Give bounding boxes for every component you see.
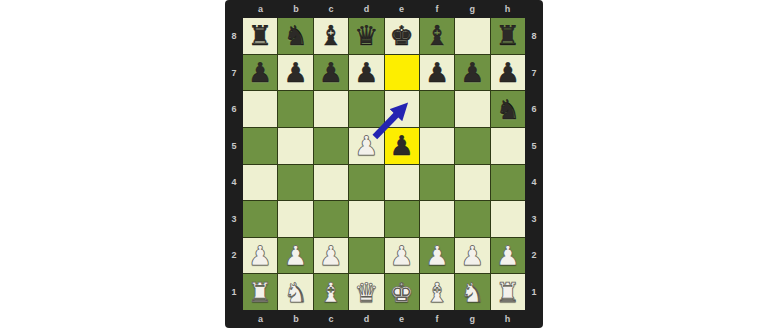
piece-white-bishop[interactable]: ♝ <box>420 274 454 310</box>
file-label-e: e <box>384 0 419 18</box>
screenshot-canvas: abcdefgh abcdefgh 87654321 87654321 ♜♞♝♛… <box>0 0 768 328</box>
square-f3[interactable] <box>420 201 454 237</box>
rank-label-2: 2 <box>225 237 243 274</box>
file-label-e: e <box>384 310 419 328</box>
piece-black-pawn[interactable]: ♟ <box>420 55 454 91</box>
file-label-b: b <box>278 310 313 328</box>
square-a8[interactable]: ♜ <box>243 18 277 54</box>
square-c8[interactable]: ♝ <box>314 18 348 54</box>
piece-black-bishop[interactable]: ♝ <box>314 18 348 54</box>
square-c1[interactable]: ♝ <box>314 274 348 310</box>
square-h1[interactable]: ♜ <box>491 274 525 310</box>
board-squares: ♜♞♝♛♚♝♜♟♟♟♟♟♟♟♞♟♟♟♟♟♟♟♟♟♜♞♝♛♚♝♞♜ <box>243 18 525 310</box>
square-d3[interactable] <box>349 201 383 237</box>
rank-label-1: 1 <box>525 274 543 311</box>
square-a4[interactable] <box>243 165 277 201</box>
square-h3[interactable] <box>491 201 525 237</box>
file-label-a: a <box>243 0 278 18</box>
piece-black-rook[interactable]: ♜ <box>243 18 277 54</box>
square-f1[interactable]: ♝ <box>420 274 454 310</box>
piece-black-pawn[interactable]: ♟ <box>349 55 383 91</box>
square-d2[interactable] <box>349 238 383 274</box>
rank-label-6: 6 <box>525 91 543 128</box>
square-h4[interactable] <box>491 165 525 201</box>
rank-label-7: 7 <box>525 55 543 92</box>
rank-label-6: 6 <box>225 91 243 128</box>
square-h8[interactable]: ♜ <box>491 18 525 54</box>
piece-black-knight[interactable]: ♞ <box>491 91 525 127</box>
square-f2[interactable]: ♟ <box>420 238 454 274</box>
square-a5[interactable] <box>243 128 277 164</box>
piece-white-pawn[interactable]: ♟ <box>455 238 489 274</box>
rank-label-3: 3 <box>225 201 243 238</box>
square-b3[interactable] <box>278 201 312 237</box>
rank-label-8: 8 <box>525 18 543 55</box>
piece-white-pawn[interactable]: ♟ <box>385 238 419 274</box>
square-e2[interactable]: ♟ <box>385 238 419 274</box>
chess-board: abcdefgh abcdefgh 87654321 87654321 ♜♞♝♛… <box>225 0 543 328</box>
rank-label-3: 3 <box>525 201 543 238</box>
square-f5[interactable] <box>420 128 454 164</box>
piece-white-pawn[interactable]: ♟ <box>314 238 348 274</box>
file-label-f: f <box>419 0 454 18</box>
file-label-d: d <box>349 0 384 18</box>
square-b8[interactable]: ♞ <box>278 18 312 54</box>
file-label-g: g <box>455 310 490 328</box>
rank-label-5: 5 <box>225 128 243 165</box>
file-label-a: a <box>243 310 278 328</box>
square-d7[interactable]: ♟ <box>349 55 383 91</box>
square-c6[interactable] <box>314 91 348 127</box>
square-d5[interactable]: ♟ <box>349 128 383 164</box>
square-h6[interactable]: ♞ <box>491 91 525 127</box>
piece-white-pawn[interactable]: ♟ <box>243 238 277 274</box>
rank-label-7: 7 <box>225 55 243 92</box>
square-g5[interactable] <box>455 128 489 164</box>
square-d8[interactable]: ♛ <box>349 18 383 54</box>
piece-black-pawn[interactable]: ♟ <box>314 55 348 91</box>
piece-black-pawn[interactable]: ♟ <box>243 55 277 91</box>
square-d4[interactable] <box>349 165 383 201</box>
square-h2[interactable]: ♟ <box>491 238 525 274</box>
file-labels-top: abcdefgh <box>243 0 525 18</box>
square-f6[interactable] <box>420 91 454 127</box>
square-b7[interactable]: ♟ <box>278 55 312 91</box>
piece-white-knight[interactable]: ♞ <box>278 274 312 310</box>
file-label-g: g <box>455 0 490 18</box>
square-h5[interactable] <box>491 128 525 164</box>
square-g2[interactable]: ♟ <box>455 238 489 274</box>
square-e6[interactable] <box>385 91 419 127</box>
piece-white-queen[interactable]: ♛ <box>349 274 383 310</box>
square-a3[interactable] <box>243 201 277 237</box>
rank-label-2: 2 <box>525 237 543 274</box>
square-a2[interactable]: ♟ <box>243 238 277 274</box>
piece-white-king[interactable]: ♚ <box>385 274 419 310</box>
piece-black-knight[interactable]: ♞ <box>278 18 312 54</box>
square-g7[interactable]: ♟ <box>455 55 489 91</box>
square-a6[interactable] <box>243 91 277 127</box>
square-g8[interactable] <box>455 18 489 54</box>
square-b5[interactable] <box>278 128 312 164</box>
file-label-c: c <box>314 310 349 328</box>
square-a1[interactable]: ♜ <box>243 274 277 310</box>
piece-white-knight[interactable]: ♞ <box>455 274 489 310</box>
file-label-b: b <box>278 0 313 18</box>
square-f4[interactable] <box>420 165 454 201</box>
piece-white-rook[interactable]: ♜ <box>243 274 277 310</box>
square-g1[interactable]: ♞ <box>455 274 489 310</box>
square-e8[interactable]: ♚ <box>385 18 419 54</box>
piece-black-rook[interactable]: ♜ <box>491 18 525 54</box>
square-g3[interactable] <box>455 201 489 237</box>
rank-labels-left: 87654321 <box>225 18 243 310</box>
square-d1[interactable]: ♛ <box>349 274 383 310</box>
square-e1[interactable]: ♚ <box>385 274 419 310</box>
rank-labels-right: 87654321 <box>525 18 543 310</box>
file-label-h: h <box>490 310 525 328</box>
piece-white-rook[interactable]: ♜ <box>491 274 525 310</box>
piece-white-pawn[interactable]: ♟ <box>278 238 312 274</box>
square-e4[interactable] <box>385 165 419 201</box>
file-label-d: d <box>349 310 384 328</box>
square-e5[interactable]: ♟ <box>385 128 419 164</box>
piece-black-queen[interactable]: ♛ <box>349 18 383 54</box>
square-a7[interactable]: ♟ <box>243 55 277 91</box>
piece-black-pawn[interactable]: ♟ <box>385 128 419 164</box>
rank-label-4: 4 <box>525 164 543 201</box>
square-c5[interactable] <box>314 128 348 164</box>
square-g6[interactable] <box>455 91 489 127</box>
square-b1[interactable]: ♞ <box>278 274 312 310</box>
square-e3[interactable] <box>385 201 419 237</box>
square-g4[interactable] <box>455 165 489 201</box>
piece-black-pawn[interactable]: ♟ <box>491 55 525 91</box>
square-f7[interactable]: ♟ <box>420 55 454 91</box>
file-label-f: f <box>419 310 454 328</box>
square-f8[interactable]: ♝ <box>420 18 454 54</box>
square-b6[interactable] <box>278 91 312 127</box>
square-c2[interactable]: ♟ <box>314 238 348 274</box>
rank-label-4: 4 <box>225 164 243 201</box>
square-d6[interactable] <box>349 91 383 127</box>
piece-white-bishop[interactable]: ♝ <box>314 274 348 310</box>
square-c3[interactable] <box>314 201 348 237</box>
piece-white-pawn[interactable]: ♟ <box>420 238 454 274</box>
file-labels-bottom: abcdefgh <box>243 310 525 328</box>
piece-black-pawn[interactable]: ♟ <box>278 55 312 91</box>
rank-label-5: 5 <box>525 128 543 165</box>
rank-label-1: 1 <box>225 274 243 311</box>
square-c7[interactable]: ♟ <box>314 55 348 91</box>
square-h7[interactable]: ♟ <box>491 55 525 91</box>
square-e7[interactable] <box>385 55 419 91</box>
square-b2[interactable]: ♟ <box>278 238 312 274</box>
piece-white-pawn[interactable]: ♟ <box>349 128 383 164</box>
file-label-c: c <box>314 0 349 18</box>
piece-black-pawn[interactable]: ♟ <box>455 55 489 91</box>
square-b4[interactable] <box>278 165 312 201</box>
piece-black-king[interactable]: ♚ <box>385 18 419 54</box>
square-c4[interactable] <box>314 165 348 201</box>
piece-white-pawn[interactable]: ♟ <box>491 238 525 274</box>
piece-black-bishop[interactable]: ♝ <box>420 18 454 54</box>
rank-label-8: 8 <box>225 18 243 55</box>
file-label-h: h <box>490 0 525 18</box>
